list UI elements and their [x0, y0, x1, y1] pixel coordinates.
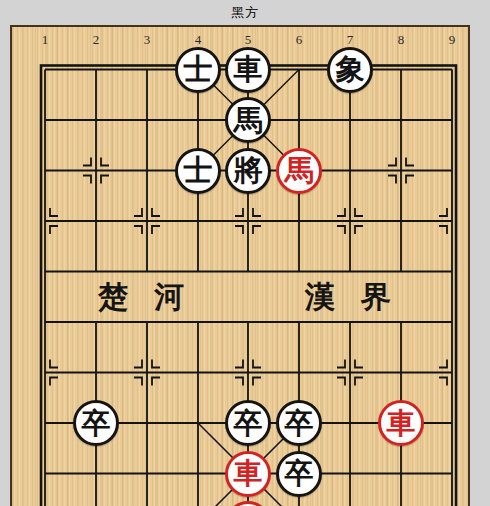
piece-black-elephant[interactable]: 象 [327, 47, 373, 93]
piece-black-soldier[interactable]: 卒 [225, 400, 271, 446]
column-label-7: 7 [347, 32, 354, 48]
piece-black-chariot[interactable]: 車 [225, 47, 271, 93]
river-label-han-jie: 漢界 [305, 277, 391, 318]
xiangqi-board[interactable]: 楚河 漢界 123456789士車象馬士將馬卒卒卒車車卒 [10, 25, 470, 506]
column-label-2: 2 [93, 32, 100, 48]
column-label-3: 3 [144, 32, 151, 48]
column-label-6: 6 [296, 32, 303, 48]
column-label-5: 5 [245, 32, 252, 48]
river-char: 河 [154, 277, 184, 318]
piece-red-horse[interactable]: 馬 [276, 148, 322, 194]
column-label-9: 9 [449, 32, 456, 48]
river-char: 漢 [305, 277, 335, 318]
river-label-chu-he: 楚河 [98, 277, 184, 318]
river-char: 界 [361, 277, 391, 318]
piece-black-general[interactable]: 將 [225, 148, 271, 194]
piece-black-soldier[interactable]: 卒 [276, 400, 322, 446]
piece-black-soldier[interactable]: 卒 [73, 400, 119, 446]
column-label-4: 4 [195, 32, 202, 48]
piece-black-advisor[interactable]: 士 [175, 47, 221, 93]
piece-black-advisor[interactable]: 士 [175, 148, 221, 194]
piece-red-chariot[interactable]: 車 [225, 451, 271, 497]
page-root: { "game": "xiangqi (Chinese chess)", "ap… [0, 0, 490, 506]
piece-black-soldier[interactable]: 卒 [276, 451, 322, 497]
column-label-1: 1 [42, 32, 49, 48]
river-char: 楚 [98, 277, 128, 318]
piece-red-chariot[interactable]: 車 [378, 400, 424, 446]
side-label-black: 黑方 [0, 4, 490, 22]
column-label-8: 8 [398, 32, 405, 48]
piece-black-horse[interactable]: 馬 [225, 97, 271, 143]
